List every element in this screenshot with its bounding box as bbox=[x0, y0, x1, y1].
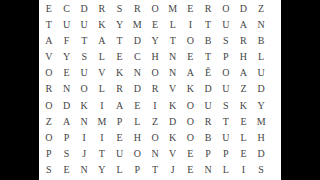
grid-cell-r10c11[interactable]: P bbox=[217, 146, 235, 162]
grid-cell-r8c1[interactable]: Z bbox=[40, 114, 58, 130]
grid-cell-r6c7[interactable]: R bbox=[146, 81, 164, 97]
grid-cell-r4c5[interactable]: E bbox=[111, 49, 129, 65]
grid-cell-r2c9[interactable]: I bbox=[182, 17, 200, 33]
grid-cell-r9c10[interactable]: B bbox=[199, 130, 217, 146]
grid-cell-r1c9[interactable]: E bbox=[182, 1, 200, 17]
grid-cell-r3c10[interactable]: B bbox=[199, 33, 217, 49]
grid-cell-r6c10[interactable]: D bbox=[199, 81, 217, 97]
grid-cell-r1c12[interactable]: D bbox=[235, 1, 253, 17]
grid-cell-r3c11[interactable]: S bbox=[217, 33, 235, 49]
grid-cell-r11c9[interactable]: E bbox=[182, 162, 200, 178]
grid-cell-r4c13[interactable]: L bbox=[252, 49, 270, 65]
grid-cell-r1c4[interactable]: R bbox=[93, 1, 111, 17]
grid-cell-r5c6[interactable]: N bbox=[128, 65, 146, 81]
grid-cell-r2c13[interactable]: N bbox=[252, 17, 270, 33]
letterbox-right bbox=[281, 0, 320, 180]
grid-cell-r11c6[interactable]: P bbox=[128, 162, 146, 178]
grid-cell-r10c12[interactable]: E bbox=[235, 146, 253, 162]
grid-cell-r8c4[interactable]: M bbox=[93, 114, 111, 130]
grid-cell-r1c3[interactable]: D bbox=[75, 1, 93, 17]
grid-cell-r9c9[interactable]: O bbox=[182, 130, 200, 146]
grid-cell-r6c4[interactable]: L bbox=[93, 81, 111, 97]
grid-cell-r5c3[interactable]: U bbox=[75, 65, 93, 81]
grid-cell-r1c1[interactable]: E bbox=[40, 1, 58, 17]
grid-cell-r6c13[interactable]: D bbox=[252, 81, 270, 97]
grid-cell-r5c2[interactable]: E bbox=[58, 65, 76, 81]
grid-cell-r2c5[interactable]: Y bbox=[111, 17, 129, 33]
grid-cell-r11c1[interactable]: S bbox=[40, 162, 58, 178]
grid-cell-r2c6[interactable]: M bbox=[128, 17, 146, 33]
grid-cell-r9c11[interactable]: U bbox=[217, 130, 235, 146]
grid-cell-r5c13[interactable]: U bbox=[252, 65, 270, 81]
grid-cell-r5c9[interactable]: A bbox=[182, 65, 200, 81]
grid-cell-r7c2[interactable]: D bbox=[58, 98, 76, 114]
grid-cell-r5c7[interactable]: O bbox=[146, 65, 164, 81]
grid-cell-r2c2[interactable]: U bbox=[58, 17, 76, 33]
puzzle-paper: ECDRSROMERODZTUUKYMELITUANAFTATDYTOBSRBV… bbox=[39, 0, 281, 180]
grid-cell-r7c7[interactable]: I bbox=[146, 98, 164, 114]
grid-cell-r9c1[interactable]: O bbox=[40, 130, 58, 146]
grid-cell-r8c2[interactable]: A bbox=[58, 114, 76, 130]
grid-cell-r5c11[interactable]: O bbox=[217, 65, 235, 81]
grid-cell-r11c11[interactable]: L bbox=[217, 162, 235, 178]
grid-cell-r10c10[interactable]: P bbox=[199, 146, 217, 162]
grid-cell-r9c12[interactable]: L bbox=[235, 130, 253, 146]
grid-cell-r5c8[interactable]: N bbox=[164, 65, 182, 81]
grid-cell-r11c8[interactable]: J bbox=[164, 162, 182, 178]
grid-cell-r7c13[interactable]: Y bbox=[252, 98, 270, 114]
grid-cell-r5c10[interactable]: Ě bbox=[199, 65, 217, 81]
grid-cell-r6c2[interactable]: N bbox=[58, 81, 76, 97]
grid-cell-r11c2[interactable]: E bbox=[58, 162, 76, 178]
grid-cell-r2c1[interactable]: T bbox=[40, 17, 58, 33]
grid-cell-r11c10[interactable]: N bbox=[199, 162, 217, 178]
grid-cell-r5c1[interactable]: O bbox=[40, 65, 58, 81]
grid-cell-r9c6[interactable]: H bbox=[128, 130, 146, 146]
grid-cell-r9c5[interactable]: E bbox=[111, 130, 129, 146]
letterbox-left bbox=[0, 0, 39, 180]
grid-cell-r4c8[interactable]: N bbox=[164, 49, 182, 65]
grid-cell-r4c2[interactable]: Y bbox=[58, 49, 76, 65]
grid-cell-r8c10[interactable]: R bbox=[199, 114, 217, 130]
grid-cell-r6c1[interactable]: R bbox=[40, 81, 58, 97]
grid-cell-r9c8[interactable]: K bbox=[164, 130, 182, 146]
grid-cell-r10c6[interactable]: O bbox=[128, 146, 146, 162]
grid-cell-r10c8[interactable]: V bbox=[164, 146, 182, 162]
grid-cell-r11c13[interactable]: S bbox=[252, 162, 270, 178]
grid-cell-r11c5[interactable]: L bbox=[111, 162, 129, 178]
grid-cell-r1c8[interactable]: M bbox=[164, 1, 182, 17]
grid-cell-r8c8[interactable]: D bbox=[164, 114, 182, 130]
grid-cell-r7c12[interactable]: K bbox=[235, 98, 253, 114]
screenshot-stage: ECDRSROMERODZTUUKYMELITUANAFTATDYTOBSRBV… bbox=[0, 0, 320, 180]
grid-cell-r7c4[interactable]: I bbox=[93, 98, 111, 114]
grid-cell-r3c7[interactable]: Y bbox=[146, 33, 164, 49]
grid-cell-r8c6[interactable]: L bbox=[128, 114, 146, 130]
grid-cell-r3c5[interactable]: T bbox=[111, 33, 129, 49]
grid-cell-r3c6[interactable]: D bbox=[128, 33, 146, 49]
grid-cell-r9c2[interactable]: P bbox=[58, 130, 76, 146]
grid-cell-r6c3[interactable]: O bbox=[75, 81, 93, 97]
grid-cell-r10c13[interactable]: D bbox=[252, 146, 270, 162]
grid-cell-r4c1[interactable]: V bbox=[40, 49, 58, 65]
grid-cell-r6c6[interactable]: D bbox=[128, 81, 146, 97]
grid-cell-r1c6[interactable]: R bbox=[128, 1, 146, 17]
grid-cell-r1c2[interactable]: C bbox=[58, 1, 76, 17]
grid-cell-r3c13[interactable]: B bbox=[252, 33, 270, 49]
grid-cell-r5c4[interactable]: V bbox=[93, 65, 111, 81]
grid-cell-r6c8[interactable]: V bbox=[164, 81, 182, 97]
grid-cell-r4c7[interactable]: H bbox=[146, 49, 164, 65]
grid-cell-r9c4[interactable]: I bbox=[93, 130, 111, 146]
grid-cell-r10c5[interactable]: U bbox=[111, 146, 129, 162]
grid-cell-r6c9[interactable]: K bbox=[182, 81, 200, 97]
grid-cell-r8c3[interactable]: N bbox=[75, 114, 93, 130]
grid-cell-r4c12[interactable]: H bbox=[235, 49, 253, 65]
grid-cell-r9c7[interactable]: O bbox=[146, 130, 164, 146]
grid-cell-r7c9[interactable]: O bbox=[182, 98, 200, 114]
grid-cell-r11c7[interactable]: T bbox=[146, 162, 164, 178]
grid-cell-r2c12[interactable]: A bbox=[235, 17, 253, 33]
grid-cell-r1c7[interactable]: O bbox=[146, 1, 164, 17]
grid-cell-r6c12[interactable]: Z bbox=[235, 81, 253, 97]
grid-cell-r8c13[interactable]: M bbox=[252, 114, 270, 130]
grid-cell-r7c5[interactable]: A bbox=[111, 98, 129, 114]
grid-cell-r5c12[interactable]: A bbox=[235, 65, 253, 81]
grid-cell-r1c5[interactable]: S bbox=[111, 1, 129, 17]
grid-cell-r7c11[interactable]: S bbox=[217, 98, 235, 114]
grid-cell-r7c1[interactable]: O bbox=[40, 98, 58, 114]
grid-cell-r9c3[interactable]: I bbox=[75, 130, 93, 146]
grid-cell-r8c5[interactable]: P bbox=[111, 114, 129, 130]
grid-cell-r1c13[interactable]: Z bbox=[252, 1, 270, 17]
grid-cell-r4c11[interactable]: P bbox=[217, 49, 235, 65]
grid-cell-r8c12[interactable]: E bbox=[235, 114, 253, 130]
grid-cell-r7c10[interactable]: U bbox=[199, 98, 217, 114]
grid-cell-r4c6[interactable]: C bbox=[128, 49, 146, 65]
word-search-grid: ECDRSROMERODZTUUKYMELITUANAFTATDYTOBSRBV… bbox=[40, 1, 270, 178]
grid-cell-r2c10[interactable]: T bbox=[199, 17, 217, 33]
grid-cell-r3c9[interactable]: O bbox=[182, 33, 200, 49]
grid-cell-r2c7[interactable]: E bbox=[146, 17, 164, 33]
grid-cell-r7c3[interactable]: K bbox=[75, 98, 93, 114]
grid-cell-r10c4[interactable]: T bbox=[93, 146, 111, 162]
grid-cell-r7c6[interactable]: E bbox=[128, 98, 146, 114]
grid-cell-r1c10[interactable]: R bbox=[199, 1, 217, 17]
grid-cell-r11c4[interactable]: Y bbox=[93, 162, 111, 178]
grid-cell-r10c2[interactable]: S bbox=[58, 146, 76, 162]
grid-cell-r4c9[interactable]: E bbox=[182, 49, 200, 65]
grid-cell-r4c3[interactable]: S bbox=[75, 49, 93, 65]
grid-cell-r3c4[interactable]: A bbox=[93, 33, 111, 49]
grid-cell-r3c1[interactable]: A bbox=[40, 33, 58, 49]
grid-cell-r2c3[interactable]: U bbox=[75, 17, 93, 33]
grid-cell-r5c5[interactable]: K bbox=[111, 65, 129, 81]
grid-cell-r7c8[interactable]: K bbox=[164, 98, 182, 114]
grid-cell-r10c3[interactable]: J bbox=[75, 146, 93, 162]
grid-cell-r2c8[interactable]: L bbox=[164, 17, 182, 33]
grid-cell-r2c11[interactable]: U bbox=[217, 17, 235, 33]
grid-cell-r8c7[interactable]: Z bbox=[146, 114, 164, 130]
grid-cell-r11c3[interactable]: N bbox=[75, 162, 93, 178]
grid-cell-r6c11[interactable]: U bbox=[217, 81, 235, 97]
grid-cell-r4c4[interactable]: L bbox=[93, 49, 111, 65]
grid-cell-r9c13[interactable]: H bbox=[252, 130, 270, 146]
grid-cell-r6c5[interactable]: R bbox=[111, 81, 129, 97]
grid-cell-r10c7[interactable]: N bbox=[146, 146, 164, 162]
grid-cell-r3c12[interactable]: R bbox=[235, 33, 253, 49]
grid-cell-r3c3[interactable]: T bbox=[75, 33, 93, 49]
grid-cell-r8c9[interactable]: O bbox=[182, 114, 200, 130]
grid-cell-r11c12[interactable]: I bbox=[235, 162, 253, 178]
grid-cell-r3c8[interactable]: T bbox=[164, 33, 182, 49]
grid-cell-r10c9[interactable]: E bbox=[182, 146, 200, 162]
grid-cell-r4c10[interactable]: T bbox=[199, 49, 217, 65]
grid-cell-r1c11[interactable]: O bbox=[217, 1, 235, 17]
grid-cell-r3c2[interactable]: F bbox=[58, 33, 76, 49]
grid-cell-r8c11[interactable]: T bbox=[217, 114, 235, 130]
grid-cell-r2c4[interactable]: K bbox=[93, 17, 111, 33]
grid-cell-r10c1[interactable]: P bbox=[40, 146, 58, 162]
